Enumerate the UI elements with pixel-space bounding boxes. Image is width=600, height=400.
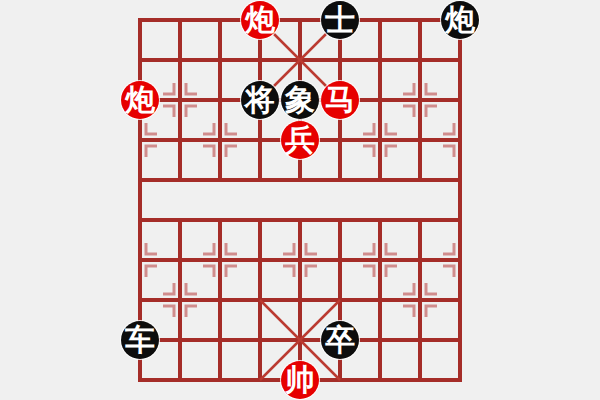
piece-red-cannon-a[interactable]: 炮 [241, 1, 279, 39]
red-horse-glyph: 马 [325, 85, 355, 115]
red-cannon-a-glyph: 炮 [245, 5, 275, 35]
piece-black-elephant[interactable]: 象 [281, 81, 319, 119]
black-chariot-glyph: 车 [125, 325, 155, 355]
black-cannon-glyph: 炮 [445, 5, 475, 35]
piece-black-advisor[interactable]: 士 [321, 1, 359, 39]
piece-red-general[interactable]: 帅 [281, 361, 319, 399]
piece-red-horse[interactable]: 马 [321, 81, 359, 119]
black-general-glyph: 将 [245, 85, 275, 115]
piece-red-cannon-b[interactable]: 炮 [121, 81, 159, 119]
piece-black-soldier[interactable]: 卒 [321, 321, 359, 359]
black-advisor-glyph: 士 [325, 5, 355, 35]
piece-black-chariot[interactable]: 车 [121, 321, 159, 359]
red-general-glyph: 帅 [285, 365, 315, 395]
black-elephant-glyph: 象 [285, 85, 315, 115]
red-cannon-b-glyph: 炮 [125, 85, 155, 115]
xiangqi-board: 炮士炮炮将象马兵车卒帅 [120, 0, 480, 400]
black-soldier-glyph: 卒 [325, 325, 355, 355]
piece-black-general[interactable]: 将 [241, 81, 279, 119]
piece-black-cannon[interactable]: 炮 [441, 1, 479, 39]
piece-red-soldier[interactable]: 兵 [281, 121, 319, 159]
red-soldier-glyph: 兵 [285, 125, 315, 155]
xiangqi-diagram: 炮士炮炮将象马兵车卒帅 [0, 0, 600, 400]
